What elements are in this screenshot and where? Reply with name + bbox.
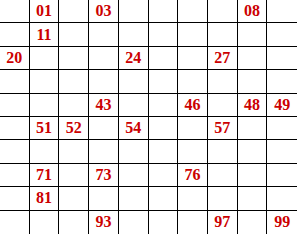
grid-cell: [208, 70, 238, 93]
grid-cell: [178, 0, 208, 23]
grid-cell: 43: [89, 94, 119, 117]
grid-cell: [267, 187, 297, 210]
grid-cell: 20: [0, 47, 30, 70]
grid-cell: [267, 70, 297, 93]
grid-cell: [149, 117, 179, 140]
grid-cell: 76: [178, 164, 208, 187]
grid-cell: [89, 23, 119, 46]
grid-cell: [119, 23, 149, 46]
grid-cell: [89, 140, 119, 163]
grid-cell: [0, 140, 30, 163]
grid-cell: [0, 70, 30, 93]
grid-cell: [238, 187, 268, 210]
grid-cell: [178, 47, 208, 70]
grid-cell: [267, 164, 297, 187]
grid-cell: [149, 164, 179, 187]
grid-cell: [119, 187, 149, 210]
grid-cell: 71: [30, 164, 60, 187]
grid-cell: [59, 211, 89, 234]
grid-cell: [59, 164, 89, 187]
grid-cell: [59, 23, 89, 46]
grid-cell: 52: [59, 117, 89, 140]
grid-cell: [0, 187, 30, 210]
grid-cell: [59, 140, 89, 163]
grid-cell: [208, 0, 238, 23]
grid-cell: [238, 117, 268, 140]
grid-cell: [119, 164, 149, 187]
grid-cell: [238, 47, 268, 70]
grid-cell: [267, 117, 297, 140]
grid-cell: [149, 140, 179, 163]
grid-cell: [208, 94, 238, 117]
grid-cell: [238, 164, 268, 187]
grid-cell: [119, 140, 149, 163]
grid-cell: [149, 187, 179, 210]
grid-cell: [178, 211, 208, 234]
grid-cell: [178, 140, 208, 163]
grid-cell: [30, 94, 60, 117]
grid-cell: [59, 0, 89, 23]
grid-cell: [149, 47, 179, 70]
number-board: 0103081120242743464849515254577173768193…: [0, 0, 297, 234]
grid-cell: [119, 94, 149, 117]
grid-cell: [0, 23, 30, 46]
grid-cell: 46: [178, 94, 208, 117]
grid-cell: [119, 0, 149, 23]
grid-cell: 01: [30, 0, 60, 23]
grid-cell: 48: [238, 94, 268, 117]
grid-cell: [149, 23, 179, 46]
grid-cell: 11: [30, 23, 60, 46]
grid-cell: [178, 117, 208, 140]
grid-cell: [238, 140, 268, 163]
grid-cell: [149, 211, 179, 234]
grid-cell: [0, 164, 30, 187]
grid-cell: [0, 94, 30, 117]
grid-cell: [267, 47, 297, 70]
grid-cell: [267, 140, 297, 163]
grid-cell: [59, 70, 89, 93]
grid-cell: [89, 47, 119, 70]
grid-cell: [149, 94, 179, 117]
grid-cell: 49: [267, 94, 297, 117]
grid-cell: [30, 70, 60, 93]
grid-cell: [59, 47, 89, 70]
grid-cell: [30, 47, 60, 70]
grid-cell: 54: [119, 117, 149, 140]
grid-cell: [0, 211, 30, 234]
grid-cell: 03: [89, 0, 119, 23]
grid-cell: 73: [89, 164, 119, 187]
grid-cell: 51: [30, 117, 60, 140]
grid-cell: [0, 0, 30, 23]
grid-cell: [208, 23, 238, 46]
grid-cell: [59, 187, 89, 210]
grid-cell: [208, 140, 238, 163]
grid-cell: 27: [208, 47, 238, 70]
grid-cell: [267, 23, 297, 46]
grid-cell: [178, 187, 208, 210]
grid-cell: 81: [30, 187, 60, 210]
grid-cell: [30, 140, 60, 163]
grid-cell: 93: [89, 211, 119, 234]
grid-cell: 08: [238, 0, 268, 23]
grid-cell: [238, 211, 268, 234]
grid-cell: [119, 70, 149, 93]
grid-cell: [149, 0, 179, 23]
grid-cell: [208, 164, 238, 187]
grid-cell: 57: [208, 117, 238, 140]
grid-cell: [178, 23, 208, 46]
grid-cell: [238, 23, 268, 46]
grid-cell: [208, 187, 238, 210]
grid-cell: [59, 94, 89, 117]
grid-cell: 24: [119, 47, 149, 70]
grid-cell: [149, 70, 179, 93]
grid-cell: [30, 211, 60, 234]
grid-cell: [119, 211, 149, 234]
grid-cell: [89, 117, 119, 140]
grid-cell: [267, 0, 297, 23]
grid-cell: [0, 117, 30, 140]
grid-cell: 99: [267, 211, 297, 234]
grid-cell: [89, 187, 119, 210]
grid-cell: [89, 70, 119, 93]
grid-cell: 97: [208, 211, 238, 234]
grid-cell: [238, 70, 268, 93]
grid-cell: [178, 70, 208, 93]
